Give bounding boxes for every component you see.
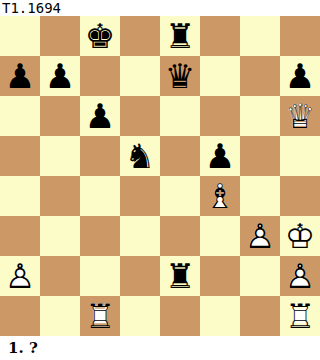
square-c3[interactable] [80,216,120,256]
square-c5[interactable] [80,136,120,176]
square-c7[interactable] [80,56,120,96]
square-e2[interactable]: ♜ [160,256,200,296]
square-g7[interactable] [240,56,280,96]
square-d6[interactable] [120,96,160,136]
square-b2[interactable] [40,256,80,296]
square-e8[interactable]: ♜ [160,16,200,56]
square-e1[interactable] [160,296,200,336]
square-a8[interactable] [0,16,40,56]
white-pawn: ♙ [0,256,40,296]
black-pawn: ♟ [40,56,80,96]
square-b6[interactable] [40,96,80,136]
black-knight: ♞ [120,136,160,176]
square-e3[interactable] [160,216,200,256]
square-f6[interactable] [200,96,240,136]
square-d7[interactable] [120,56,160,96]
black-pawn: ♟ [200,136,240,176]
square-h2[interactable]: ♟♙ [280,256,320,296]
square-g3[interactable]: ♟♙ [240,216,280,256]
square-f2[interactable] [200,256,240,296]
square-c2[interactable] [80,256,120,296]
square-b8[interactable] [40,16,80,56]
square-a2[interactable]: ♟♙ [0,256,40,296]
white-rook: ♖ [280,296,320,336]
square-h7[interactable]: ♟ [280,56,320,96]
square-c6[interactable]: ♟ [80,96,120,136]
square-c4[interactable] [80,176,120,216]
chess-board: ♚♜♟♟♛♟♟♛♕♞♟♝♗♟♙♚♔♟♙♜♟♙♜♖♜♖ [0,16,320,336]
square-f5[interactable]: ♟ [200,136,240,176]
black-king: ♚ [80,16,120,56]
black-rook: ♜ [160,256,200,296]
black-pawn: ♟ [0,56,40,96]
square-b5[interactable] [40,136,80,176]
square-b3[interactable] [40,216,80,256]
square-f8[interactable] [200,16,240,56]
square-h4[interactable] [280,176,320,216]
square-e7[interactable]: ♛ [160,56,200,96]
black-pawn: ♟ [280,56,320,96]
chess-puzzle-app: T1.1694 ♚♜♟♟♛♟♟♛♕♞♟♝♗♟♙♚♔♟♙♜♟♙♜♖♜♖ 1. ? [0,0,320,360]
square-d3[interactable] [120,216,160,256]
square-h3[interactable]: ♚♔ [280,216,320,256]
square-a5[interactable] [0,136,40,176]
square-a7[interactable]: ♟ [0,56,40,96]
square-b7[interactable]: ♟ [40,56,80,96]
white-queen: ♕ [280,96,320,136]
puzzle-id: T1.1694 [0,0,320,16]
white-rook: ♖ [80,296,120,336]
square-g2[interactable] [240,256,280,296]
square-g5[interactable] [240,136,280,176]
square-f1[interactable] [200,296,240,336]
white-bishop: ♗ [200,176,240,216]
square-d2[interactable] [120,256,160,296]
white-pawn: ♙ [280,256,320,296]
square-a4[interactable] [0,176,40,216]
square-a3[interactable] [0,216,40,256]
square-d8[interactable] [120,16,160,56]
square-g8[interactable] [240,16,280,56]
square-h6[interactable]: ♛♕ [280,96,320,136]
square-h1[interactable]: ♜♖ [280,296,320,336]
square-c8[interactable]: ♚ [80,16,120,56]
square-a6[interactable] [0,96,40,136]
square-d5[interactable]: ♞ [120,136,160,176]
square-d1[interactable] [120,296,160,336]
square-c1[interactable]: ♜♖ [80,296,120,336]
square-h8[interactable] [280,16,320,56]
move-prompt: 1. ? [0,336,320,360]
square-g6[interactable] [240,96,280,136]
square-e6[interactable] [160,96,200,136]
square-g1[interactable] [240,296,280,336]
square-e4[interactable] [160,176,200,216]
black-rook: ♜ [160,16,200,56]
square-d4[interactable] [120,176,160,216]
white-pawn: ♙ [240,216,280,256]
square-a1[interactable] [0,296,40,336]
white-king: ♔ [280,216,320,256]
square-e5[interactable] [160,136,200,176]
square-f3[interactable] [200,216,240,256]
black-pawn: ♟ [80,96,120,136]
square-f7[interactable] [200,56,240,96]
square-f4[interactable]: ♝♗ [200,176,240,216]
square-b4[interactable] [40,176,80,216]
square-h5[interactable] [280,136,320,176]
black-queen: ♛ [160,56,200,96]
square-b1[interactable] [40,296,80,336]
square-g4[interactable] [240,176,280,216]
